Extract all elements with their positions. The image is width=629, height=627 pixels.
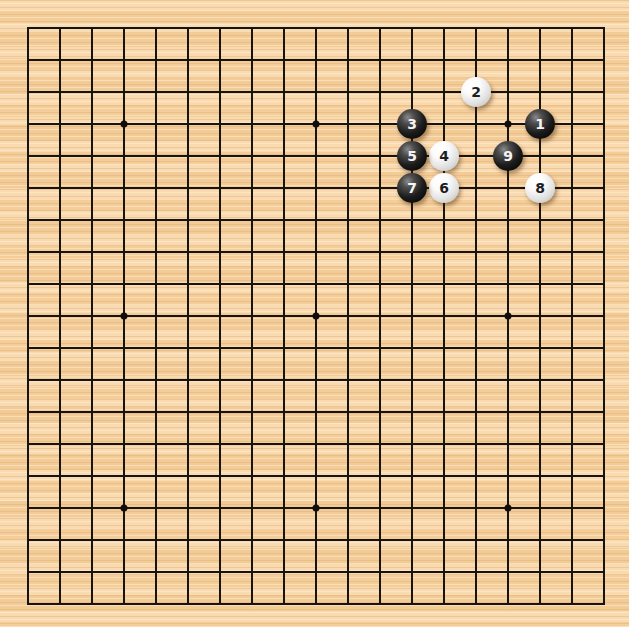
stone-white-O15[interactable]: 4 <box>429 141 459 171</box>
star-point <box>505 505 512 512</box>
stone-black-N16[interactable]: 3 <box>397 109 427 139</box>
stone-black-Q15[interactable]: 9 <box>493 141 523 171</box>
star-point <box>505 121 512 128</box>
stone-black-N15[interactable]: 5 <box>397 141 427 171</box>
star-point <box>313 313 320 320</box>
stone-black-N14[interactable]: 7 <box>397 173 427 203</box>
star-point <box>313 121 320 128</box>
star-point <box>121 505 128 512</box>
star-point <box>313 505 320 512</box>
star-point <box>121 121 128 128</box>
stone-black-R16[interactable]: 1 <box>525 109 555 139</box>
star-point <box>121 313 128 320</box>
star-point <box>505 313 512 320</box>
stone-white-P17[interactable]: 2 <box>461 77 491 107</box>
go-board[interactable]: 123456789 <box>0 0 629 627</box>
stone-white-O14[interactable]: 6 <box>429 173 459 203</box>
stone-white-R14[interactable]: 8 <box>525 173 555 203</box>
